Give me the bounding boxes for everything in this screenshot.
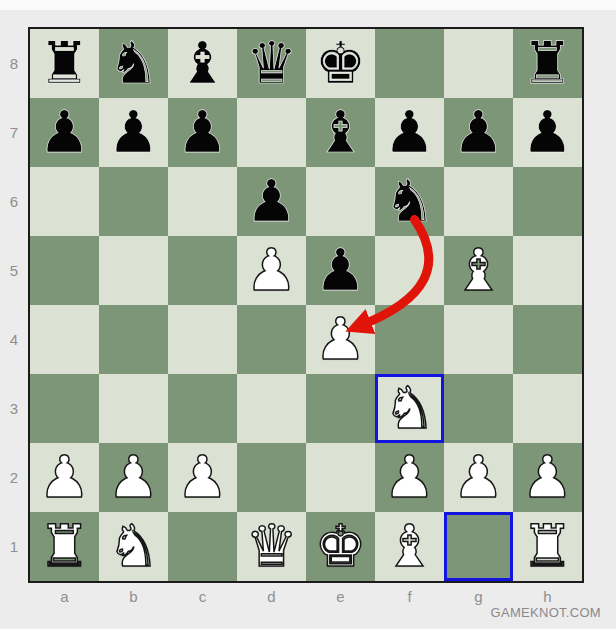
white-pawn-b2[interactable]: ♟ — [99, 442, 168, 511]
black-queen-d8[interactable]: ♛ — [237, 28, 306, 97]
rank-label-1: 1 — [4, 512, 24, 581]
rank-label-2: 2 — [4, 443, 24, 512]
black-pawn-b7[interactable]: ♟ — [99, 97, 168, 166]
square-d2[interactable] — [237, 443, 306, 512]
rank-labels: 87654321 — [4, 29, 24, 581]
file-label-a: a — [30, 587, 99, 605]
file-labels: abcdefgh — [30, 587, 582, 605]
rank-label-7: 7 — [4, 98, 24, 167]
white-pawn-c2[interactable]: ♟ — [168, 442, 237, 511]
square-h5[interactable] — [513, 236, 582, 305]
black-bishop-c8[interactable]: ♝ — [168, 28, 237, 97]
white-knight-f3[interactable]: ♞ — [375, 373, 444, 442]
black-knight-b8[interactable]: ♞ — [99, 28, 168, 97]
white-pawn-d5[interactable]: ♟ — [237, 235, 306, 304]
square-f5[interactable] — [375, 236, 444, 305]
black-pawn-f7[interactable]: ♟ — [375, 97, 444, 166]
black-king-e8[interactable]: ♚ — [306, 28, 375, 97]
square-a6[interactable] — [30, 167, 99, 236]
square-d4[interactable] — [237, 305, 306, 374]
white-pawn-g2[interactable]: ♟ — [444, 442, 513, 511]
rank-label-6: 6 — [4, 167, 24, 236]
square-g1[interactable] — [444, 512, 513, 581]
white-knight-b1[interactable]: ♞ — [99, 511, 168, 580]
square-g6[interactable] — [444, 167, 513, 236]
file-label-h: h — [513, 587, 582, 605]
file-label-e: e — [306, 587, 375, 605]
file-label-g: g — [444, 587, 513, 605]
black-pawn-a7[interactable]: ♟ — [30, 97, 99, 166]
square-g8[interactable] — [444, 29, 513, 98]
black-bishop-e7[interactable]: ♝ — [306, 97, 375, 166]
white-king-e1[interactable]: ♚ — [306, 511, 375, 580]
site-watermark: GAMEKNOT.COM — [491, 605, 602, 620]
square-d3[interactable] — [237, 374, 306, 443]
file-label-c: c — [168, 587, 237, 605]
black-knight-f6[interactable]: ♞ — [375, 166, 444, 235]
square-b6[interactable] — [99, 167, 168, 236]
white-pawn-e4[interactable]: ♟ — [306, 304, 375, 373]
rank-label-5: 5 — [4, 236, 24, 305]
white-bishop-g5[interactable]: ♝ — [444, 235, 513, 304]
rank-label-4: 4 — [4, 305, 24, 374]
square-c1[interactable] — [168, 512, 237, 581]
square-g4[interactable] — [444, 305, 513, 374]
square-a4[interactable] — [30, 305, 99, 374]
file-label-d: d — [237, 587, 306, 605]
black-pawn-h7[interactable]: ♟ — [513, 97, 582, 166]
white-rook-a1[interactable]: ♜ — [30, 511, 99, 580]
square-g3[interactable] — [444, 374, 513, 443]
black-pawn-g7[interactable]: ♟ — [444, 97, 513, 166]
square-b5[interactable] — [99, 236, 168, 305]
black-pawn-e5[interactable]: ♟ — [306, 235, 375, 304]
square-c5[interactable] — [168, 236, 237, 305]
square-e6[interactable] — [306, 167, 375, 236]
page-top-strip — [0, 0, 616, 10]
square-f8[interactable] — [375, 29, 444, 98]
square-e3[interactable] — [306, 374, 375, 443]
white-rook-h1[interactable]: ♜ — [513, 511, 582, 580]
square-d7[interactable] — [237, 98, 306, 167]
square-b3[interactable] — [99, 374, 168, 443]
square-c4[interactable] — [168, 305, 237, 374]
black-rook-a8[interactable]: ♜ — [30, 28, 99, 97]
black-pawn-c7[interactable]: ♟ — [168, 97, 237, 166]
square-f4[interactable] — [375, 305, 444, 374]
square-h3[interactable] — [513, 374, 582, 443]
square-h4[interactable] — [513, 305, 582, 374]
rank-label-3: 3 — [4, 374, 24, 443]
white-queen-d1[interactable]: ♛ — [237, 511, 306, 580]
white-pawn-f2[interactable]: ♟ — [375, 442, 444, 511]
rank-label-8: 8 — [4, 29, 24, 98]
white-pawn-a2[interactable]: ♟ — [30, 442, 99, 511]
square-a3[interactable] — [30, 374, 99, 443]
square-c6[interactable] — [168, 167, 237, 236]
black-rook-h8[interactable]: ♜ — [513, 28, 582, 97]
file-label-f: f — [375, 587, 444, 605]
square-b4[interactable] — [99, 305, 168, 374]
square-e2[interactable] — [306, 443, 375, 512]
square-a5[interactable] — [30, 236, 99, 305]
square-h6[interactable] — [513, 167, 582, 236]
chess-board: ♜♞♝♛♚♜♟♟♟♝♟♟♟♟♞♟♟♝♟♞♟♟♟♟♟♟♜♞♛♚♝♜ — [28, 27, 584, 583]
square-c3[interactable] — [168, 374, 237, 443]
black-pawn-d6[interactable]: ♟ — [237, 166, 306, 235]
white-bishop-f1[interactable]: ♝ — [375, 511, 444, 580]
screenshot-root: { "game": "chess", "watermark": "GAMEKNO… — [0, 0, 616, 629]
white-pawn-h2[interactable]: ♟ — [513, 442, 582, 511]
file-label-b: b — [99, 587, 168, 605]
